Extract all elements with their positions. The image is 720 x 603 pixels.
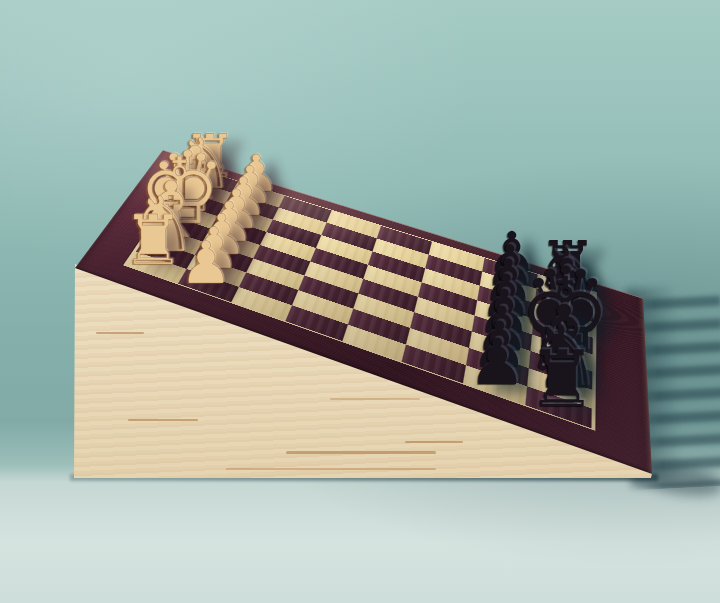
wood-grain-streak xyxy=(330,398,420,400)
scene-photo: ♜♞♝♛♚♝♞♜♟♟♟♟♟♟♟♟♟♟♟♟♟♟♟♟♜♞♝♛♚♝♞♜ xyxy=(0,0,720,603)
wood-grain-streak xyxy=(128,419,198,421)
wood-grain-streak xyxy=(226,468,436,470)
piece-black-pawn[interactable]: ♟ xyxy=(468,331,525,395)
wood-grain-streak xyxy=(286,451,436,454)
wood-grain-streak xyxy=(405,441,463,443)
wood-grain-streak xyxy=(96,332,144,334)
piece-black-rook[interactable]: ♜ xyxy=(527,341,597,419)
piece-white-rook[interactable]: ♜ xyxy=(123,207,184,275)
piece-white-pawn[interactable]: ♟ xyxy=(180,234,232,292)
